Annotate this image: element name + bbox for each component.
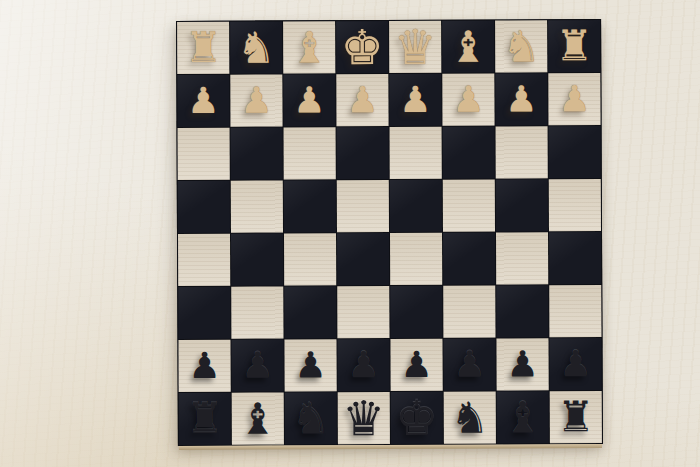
piece-black-bishop-g8[interactable]: ♝ [238, 397, 277, 440]
piece-black-rook-h8[interactable]: ♜ [186, 398, 224, 440]
table-surface: ♜♞♝♚♛♝♞♜♟♟♟♟♟♟♟♟♟♟♟♟♟♟♟♟♜♝♞♛♚♞♝♜ [0, 0, 700, 467]
square-g7[interactable]: ♟ [231, 339, 283, 391]
square-b2[interactable]: ♟ [495, 73, 547, 125]
piece-black-queen-e8[interactable]: ♛ [342, 394, 385, 442]
piece-black-king-d8[interactable]: ♚ [395, 394, 438, 442]
square-g1[interactable]: ♞ [230, 21, 282, 73]
square-c7[interactable]: ♟ [443, 339, 495, 391]
piece-black-pawn-c7[interactable]: ♟ [453, 347, 485, 383]
square-h4[interactable] [178, 181, 230, 233]
square-e5[interactable] [337, 233, 389, 285]
square-b7[interactable]: ♟ [496, 338, 548, 390]
square-c4[interactable] [443, 180, 495, 232]
piece-white-pawn-b2[interactable]: ♟ [505, 81, 537, 117]
piece-white-pawn-h2[interactable]: ♟ [187, 83, 219, 119]
square-d8[interactable]: ♚ [391, 392, 443, 444]
square-a3[interactable] [549, 126, 601, 178]
piece-white-pawn-f2[interactable]: ♟ [293, 82, 325, 118]
square-e1[interactable]: ♚ [336, 21, 388, 73]
piece-black-pawn-h7[interactable]: ♟ [188, 348, 220, 384]
square-b1[interactable]: ♞ [495, 20, 547, 72]
square-d5[interactable] [390, 233, 442, 285]
square-h7[interactable]: ♟ [178, 340, 230, 392]
piece-white-pawn-g2[interactable]: ♟ [240, 83, 272, 119]
square-d4[interactable] [390, 180, 442, 232]
square-g4[interactable] [231, 180, 283, 232]
chess-board-wrap: ♜♞♝♚♛♝♞♜♟♟♟♟♟♟♟♟♟♟♟♟♟♟♟♟♜♝♞♛♚♞♝♜ [176, 19, 603, 446]
square-b3[interactable] [496, 126, 548, 178]
square-h5[interactable] [178, 234, 230, 286]
square-a4[interactable] [549, 179, 601, 231]
square-a5[interactable] [549, 232, 601, 284]
square-b8[interactable]: ♝ [497, 391, 549, 443]
square-a7[interactable]: ♟ [549, 338, 601, 390]
square-h1[interactable]: ♜ [177, 22, 229, 74]
piece-black-pawn-d7[interactable]: ♟ [400, 347, 432, 383]
square-c6[interactable] [443, 286, 495, 338]
piece-black-knight-c8[interactable]: ♞ [450, 396, 489, 439]
square-a2[interactable]: ♟ [548, 73, 600, 125]
piece-white-bishop-c1[interactable]: ♝ [449, 25, 488, 68]
piece-white-king-e1[interactable]: ♚ [341, 23, 384, 71]
square-d7[interactable]: ♟ [390, 339, 442, 391]
square-c1[interactable]: ♝ [442, 21, 494, 73]
square-e3[interactable] [337, 127, 389, 179]
piece-white-pawn-a2[interactable]: ♟ [558, 81, 590, 117]
square-d1[interactable]: ♛ [389, 21, 441, 73]
piece-black-bishop-b8[interactable]: ♝ [503, 396, 542, 439]
square-g5[interactable] [231, 233, 283, 285]
square-f2[interactable]: ♟ [283, 74, 335, 126]
piece-white-rook-h1[interactable]: ♜ [184, 27, 222, 69]
square-e8[interactable]: ♛ [338, 392, 390, 444]
square-g6[interactable] [231, 286, 283, 338]
piece-black-knight-f8[interactable]: ♞ [291, 397, 330, 440]
piece-black-pawn-g7[interactable]: ♟ [241, 348, 273, 384]
square-f4[interactable] [284, 180, 336, 232]
square-f5[interactable] [284, 233, 336, 285]
square-e4[interactable] [337, 180, 389, 232]
square-g3[interactable] [231, 127, 283, 179]
square-f8[interactable]: ♞ [285, 392, 337, 444]
chess-board: ♜♞♝♚♛♝♞♜♟♟♟♟♟♟♟♟♟♟♟♟♟♟♟♟♜♝♞♛♚♞♝♜ [176, 19, 603, 446]
piece-white-queen-d1[interactable]: ♛ [394, 23, 437, 71]
square-c2[interactable]: ♟ [442, 74, 494, 126]
piece-white-pawn-e2[interactable]: ♟ [346, 82, 378, 118]
piece-white-pawn-c2[interactable]: ♟ [452, 82, 484, 118]
square-f6[interactable] [284, 286, 336, 338]
square-h3[interactable] [178, 128, 230, 180]
square-e7[interactable]: ♟ [337, 339, 389, 391]
piece-black-rook-a8[interactable]: ♜ [557, 396, 595, 438]
piece-black-pawn-a7[interactable]: ♟ [559, 346, 591, 382]
square-a1[interactable]: ♜ [548, 20, 600, 72]
piece-white-bishop-f1[interactable]: ♝ [290, 26, 329, 69]
piece-white-knight-b1[interactable]: ♞ [502, 25, 541, 68]
board-edge [179, 444, 602, 450]
square-g8[interactable]: ♝ [232, 392, 284, 444]
square-d3[interactable] [390, 127, 442, 179]
piece-white-knight-g1[interactable]: ♞ [237, 26, 276, 69]
square-d2[interactable]: ♟ [389, 74, 441, 126]
square-g2[interactable]: ♟ [230, 74, 282, 126]
piece-black-pawn-e7[interactable]: ♟ [347, 347, 379, 383]
square-e6[interactable] [337, 286, 389, 338]
square-f7[interactable]: ♟ [284, 339, 336, 391]
square-b4[interactable] [496, 179, 548, 231]
square-a8[interactable]: ♜ [550, 391, 602, 443]
piece-white-pawn-d2[interactable]: ♟ [399, 82, 431, 118]
piece-black-pawn-b7[interactable]: ♟ [506, 346, 538, 382]
square-b5[interactable] [496, 232, 548, 284]
square-c8[interactable]: ♞ [444, 392, 496, 444]
square-c3[interactable] [443, 127, 495, 179]
piece-white-rook-a1[interactable]: ♜ [555, 25, 593, 67]
square-b6[interactable] [496, 285, 548, 337]
square-d6[interactable] [390, 286, 442, 338]
square-h8[interactable]: ♜ [179, 393, 231, 445]
square-f1[interactable]: ♝ [283, 21, 335, 73]
square-h6[interactable] [178, 287, 230, 339]
piece-black-pawn-f7[interactable]: ♟ [294, 347, 326, 383]
square-e2[interactable]: ♟ [336, 74, 388, 126]
square-c5[interactable] [443, 233, 495, 285]
square-a6[interactable] [549, 285, 601, 337]
square-f3[interactable] [284, 127, 336, 179]
square-h2[interactable]: ♟ [177, 75, 229, 127]
